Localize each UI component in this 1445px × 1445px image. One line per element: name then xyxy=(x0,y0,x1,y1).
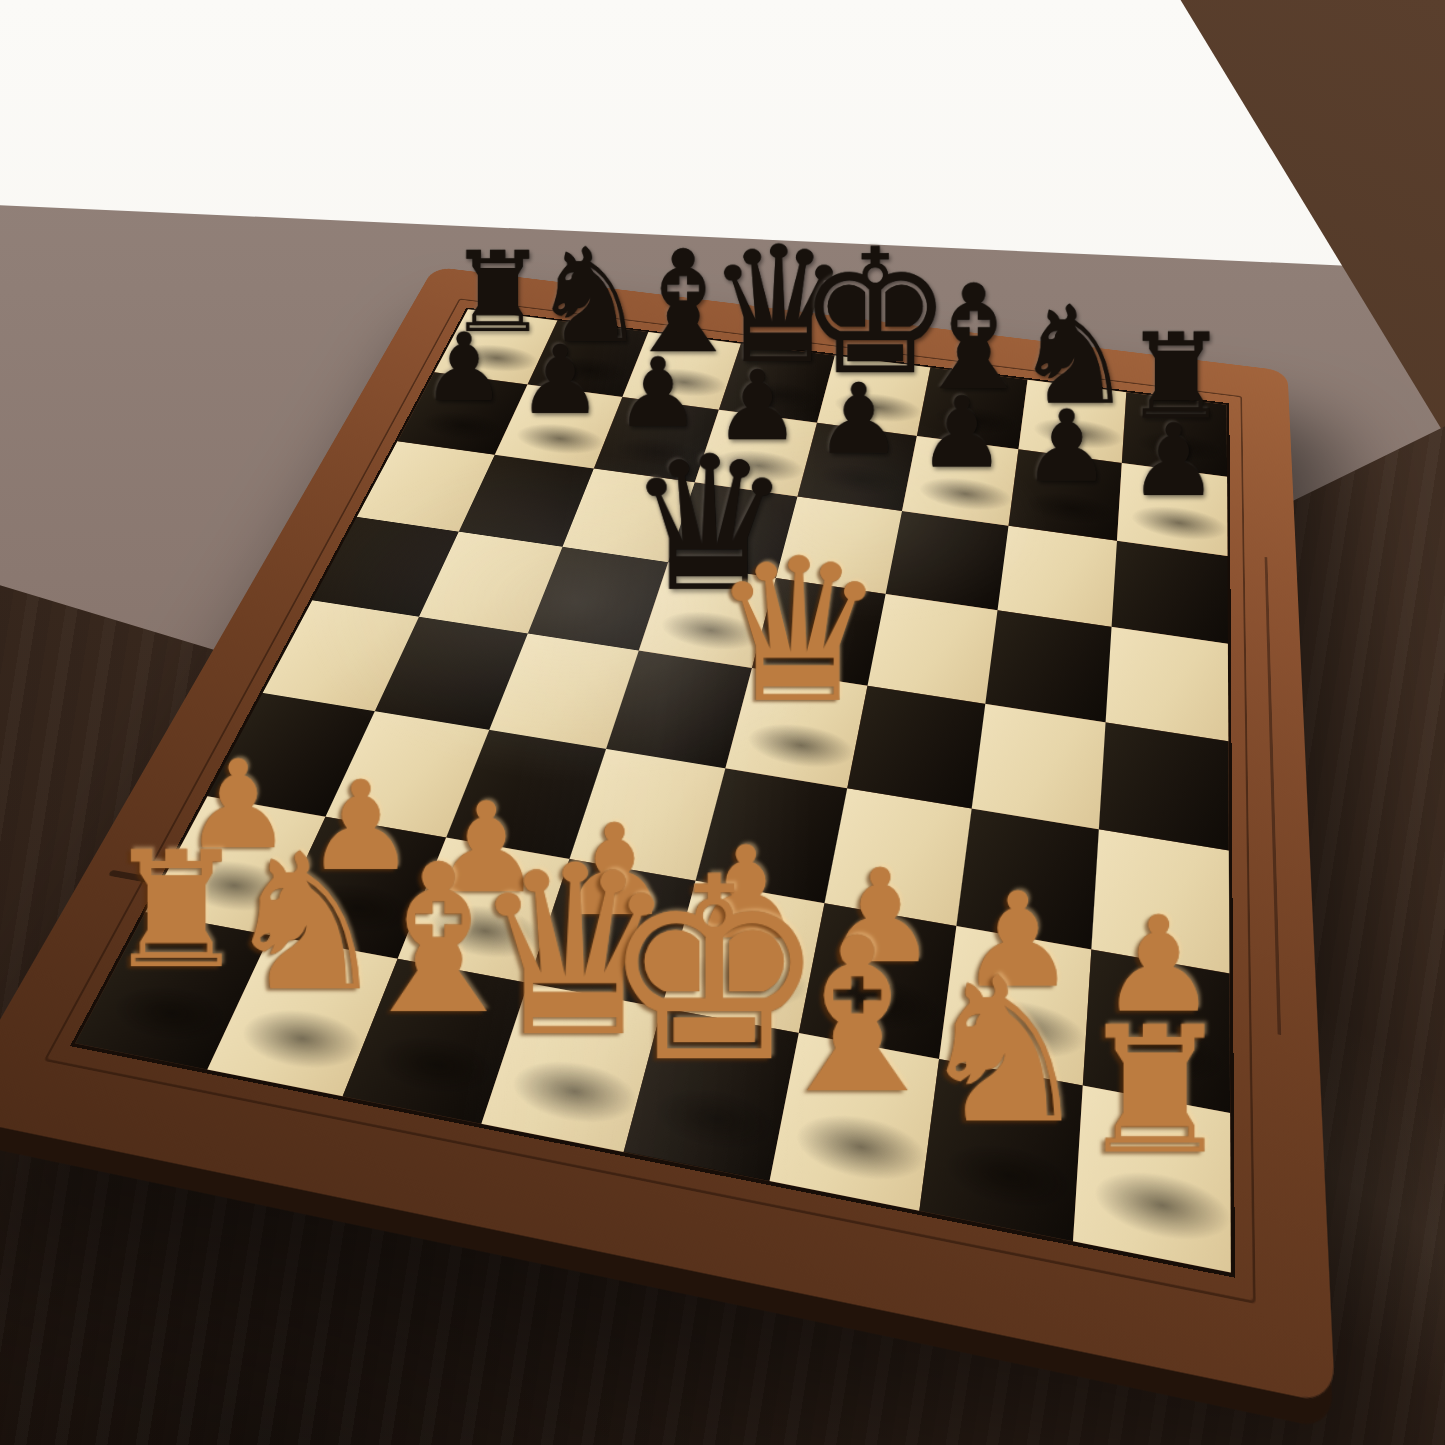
square-h4[interactable] xyxy=(1099,722,1229,850)
black-pawn-a7[interactable]: ♟ xyxy=(422,323,506,412)
chess-set-photo: ♜♞♝♛♚♝♞♜♟♟♟♟♟♟♟♟♛♛♟♟♟♟♟♟♟♟♜♞♝♛♚♝♞♜ xyxy=(0,0,1445,1445)
scene: ♜♞♝♛♚♝♞♜♟♟♟♟♟♟♟♟♛♛♟♟♟♟♟♟♟♟♜♞♝♛♚♝♞♜ xyxy=(0,0,1445,1445)
square-e4[interactable]: ♛ xyxy=(725,668,867,788)
chess-board-grid: ♜♞♝♛♚♝♞♜♟♟♟♟♟♟♟♟♛♛♟♟♟♟♟♟♟♟♜♞♝♛♚♝♞♜ xyxy=(75,309,1231,1272)
square-h5[interactable] xyxy=(1106,627,1229,741)
black-pawn-b7[interactable]: ♟ xyxy=(517,335,602,425)
square-g7[interactable]: ♟ xyxy=(1009,449,1122,540)
square-h6[interactable] xyxy=(1112,541,1228,644)
square-e7[interactable]: ♟ xyxy=(797,423,916,511)
square-f6[interactable] xyxy=(886,511,1009,610)
square-h1[interactable]: ♜ xyxy=(1073,1086,1231,1273)
black-pawn-g7[interactable]: ♟ xyxy=(1022,400,1111,494)
square-b5[interactable] xyxy=(419,532,563,634)
square-g6[interactable] xyxy=(998,526,1117,627)
white-knight-g1[interactable]: ♞ xyxy=(913,956,1093,1147)
square-g1[interactable]: ♞ xyxy=(919,1059,1082,1241)
white-rook-h1[interactable]: ♜ xyxy=(1075,1009,1232,1175)
square-g5[interactable] xyxy=(985,610,1111,722)
square-f7[interactable]: ♟ xyxy=(902,436,1018,526)
white-queen-e4[interactable]: ♛ xyxy=(709,538,887,726)
black-pawn-f7[interactable]: ♟ xyxy=(917,386,1005,479)
square-b4[interactable] xyxy=(375,617,528,730)
square-g4[interactable] xyxy=(972,704,1106,829)
board-frame-joint-line xyxy=(1265,557,1282,1035)
black-pawn-e7[interactable]: ♟ xyxy=(815,373,902,466)
square-c4[interactable] xyxy=(489,633,639,748)
chess-board: ♜♞♝♛♚♝♞♜♟♟♟♟♟♟♟♟♛♛♟♟♟♟♟♟♟♟♜♞♝♛♚♝♞♜ xyxy=(0,267,1335,1405)
black-pawn-h7[interactable]: ♟ xyxy=(1128,413,1218,508)
